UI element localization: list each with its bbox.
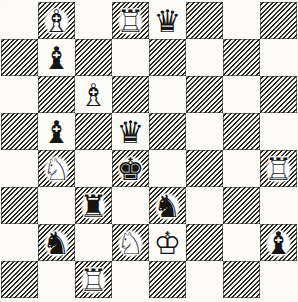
square-a4[interactable] bbox=[1, 150, 38, 187]
square-c4[interactable] bbox=[75, 150, 112, 187]
square-g7[interactable] bbox=[223, 39, 260, 76]
square-h3[interactable] bbox=[260, 187, 297, 224]
square-f7[interactable] bbox=[186, 39, 223, 76]
square-d6[interactable] bbox=[112, 76, 149, 113]
square-e8[interactable]: ♛ bbox=[149, 2, 186, 39]
piece-black-knight: ♞ bbox=[152, 188, 184, 224]
chess-board: ♗♖♛♝♗♝♛♘♚♖♜♞♞♘♔♝♖ bbox=[1, 2, 297, 298]
square-h8[interactable] bbox=[260, 2, 297, 39]
piece-black-bishop: ♝ bbox=[43, 40, 71, 76]
square-c5[interactable] bbox=[75, 113, 112, 150]
square-h4[interactable]: ♖ bbox=[260, 150, 297, 187]
square-e5[interactable] bbox=[149, 113, 186, 150]
square-a6[interactable] bbox=[1, 76, 38, 113]
square-d5[interactable]: ♛ bbox=[112, 113, 149, 150]
square-c6[interactable]: ♗ bbox=[75, 76, 112, 113]
square-c8[interactable] bbox=[75, 2, 112, 39]
square-e4[interactable] bbox=[149, 150, 186, 187]
square-g8[interactable] bbox=[223, 2, 260, 39]
square-b5[interactable]: ♝ bbox=[38, 113, 75, 150]
square-a3[interactable] bbox=[1, 187, 38, 224]
square-d3[interactable] bbox=[112, 187, 149, 224]
piece-black-rook: ♜ bbox=[78, 188, 110, 224]
square-b2[interactable]: ♞ bbox=[38, 224, 75, 261]
square-e2[interactable]: ♔ bbox=[149, 224, 186, 261]
square-h5[interactable] bbox=[260, 113, 297, 150]
scanned-diagram-page: ♗♖♛♝♗♝♛♘♚♖♜♞♞♘♔♝♖ bbox=[0, 0, 298, 302]
square-h2[interactable]: ♝ bbox=[260, 224, 297, 261]
square-g5[interactable] bbox=[223, 113, 260, 150]
square-b8[interactable]: ♗ bbox=[38, 2, 75, 39]
square-c3[interactable]: ♜ bbox=[75, 187, 112, 224]
square-a1[interactable] bbox=[1, 261, 38, 298]
square-g1[interactable] bbox=[223, 261, 260, 298]
square-e7[interactable] bbox=[149, 39, 186, 76]
square-f4[interactable] bbox=[186, 150, 223, 187]
square-h1[interactable] bbox=[260, 261, 297, 298]
square-a8[interactable] bbox=[1, 2, 38, 39]
piece-black-queen: ♛ bbox=[117, 114, 145, 150]
square-e1[interactable] bbox=[149, 261, 186, 298]
piece-white-knight: ♘ bbox=[115, 225, 147, 261]
square-b4[interactable]: ♘ bbox=[38, 150, 75, 187]
square-a5[interactable] bbox=[1, 113, 38, 150]
piece-white-rook: ♖ bbox=[115, 3, 147, 39]
piece-white-bishop: ♗ bbox=[41, 3, 73, 39]
square-d1[interactable] bbox=[112, 261, 149, 298]
square-c1[interactable]: ♖ bbox=[75, 261, 112, 298]
square-b3[interactable] bbox=[38, 187, 75, 224]
square-f5[interactable] bbox=[186, 113, 223, 150]
piece-black-bishop: ♝ bbox=[43, 114, 71, 150]
square-f3[interactable] bbox=[186, 187, 223, 224]
square-g3[interactable] bbox=[223, 187, 260, 224]
piece-white-rook: ♖ bbox=[263, 151, 295, 187]
piece-white-knight: ♘ bbox=[41, 151, 73, 187]
square-b7[interactable]: ♝ bbox=[38, 39, 75, 76]
square-a7[interactable] bbox=[1, 39, 38, 76]
square-c2[interactable] bbox=[75, 224, 112, 261]
square-e3[interactable]: ♞ bbox=[149, 187, 186, 224]
piece-black-bishop: ♝ bbox=[263, 225, 295, 261]
square-d7[interactable] bbox=[112, 39, 149, 76]
piece-white-rook: ♖ bbox=[78, 262, 110, 298]
square-d2[interactable]: ♘ bbox=[112, 224, 149, 261]
square-b1[interactable] bbox=[38, 261, 75, 298]
piece-white-king: ♔ bbox=[154, 225, 182, 261]
square-g4[interactable] bbox=[223, 150, 260, 187]
square-f6[interactable] bbox=[186, 76, 223, 113]
square-c7[interactable] bbox=[75, 39, 112, 76]
square-d8[interactable]: ♖ bbox=[112, 2, 149, 39]
square-a2[interactable] bbox=[1, 224, 38, 261]
square-f1[interactable] bbox=[186, 261, 223, 298]
square-g6[interactable] bbox=[223, 76, 260, 113]
piece-black-knight: ♞ bbox=[41, 225, 73, 261]
square-f2[interactable] bbox=[186, 224, 223, 261]
square-g2[interactable] bbox=[223, 224, 260, 261]
square-b6[interactable] bbox=[38, 76, 75, 113]
square-f8[interactable] bbox=[186, 2, 223, 39]
piece-black-queen: ♛ bbox=[154, 3, 182, 39]
piece-black-king: ♚ bbox=[115, 151, 147, 187]
square-e6[interactable] bbox=[149, 76, 186, 113]
piece-white-bishop: ♗ bbox=[80, 77, 108, 113]
square-d4[interactable]: ♚ bbox=[112, 150, 149, 187]
square-h7[interactable] bbox=[260, 39, 297, 76]
square-h6[interactable] bbox=[260, 76, 297, 113]
